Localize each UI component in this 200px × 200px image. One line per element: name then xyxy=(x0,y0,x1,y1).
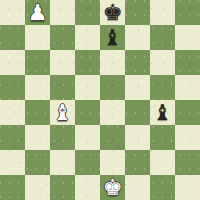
square-g4[interactable]: ♝ xyxy=(150,100,175,125)
square-h3[interactable] xyxy=(175,125,200,150)
square-f8[interactable] xyxy=(125,0,150,25)
square-e3[interactable] xyxy=(100,125,125,150)
square-g1[interactable] xyxy=(150,175,175,200)
square-e5[interactable] xyxy=(100,75,125,100)
square-e1[interactable]: ♚ xyxy=(100,175,125,200)
square-d6[interactable] xyxy=(75,50,100,75)
square-e8[interactable]: ♚ xyxy=(100,0,125,25)
square-g6[interactable] xyxy=(150,50,175,75)
square-b3[interactable] xyxy=(25,125,50,150)
square-h7[interactable] xyxy=(175,25,200,50)
square-b5[interactable] xyxy=(25,75,50,100)
square-h8[interactable] xyxy=(175,0,200,25)
square-a2[interactable] xyxy=(0,150,25,175)
piece-white-bishop[interactable]: ♝ xyxy=(53,100,73,125)
square-g8[interactable] xyxy=(150,0,175,25)
square-f7[interactable] xyxy=(125,25,150,50)
square-a4[interactable] xyxy=(0,100,25,125)
square-d8[interactable] xyxy=(75,0,100,25)
square-d7[interactable] xyxy=(75,25,100,50)
square-f5[interactable] xyxy=(125,75,150,100)
square-a8[interactable] xyxy=(0,0,25,25)
square-c1[interactable] xyxy=(50,175,75,200)
square-b6[interactable] xyxy=(25,50,50,75)
square-a1[interactable] xyxy=(0,175,25,200)
square-e7[interactable]: ♝ xyxy=(100,25,125,50)
square-f3[interactable] xyxy=(125,125,150,150)
square-g5[interactable] xyxy=(150,75,175,100)
square-d2[interactable] xyxy=(75,150,100,175)
square-d3[interactable] xyxy=(75,125,100,150)
square-c7[interactable] xyxy=(50,25,75,50)
square-c2[interactable] xyxy=(50,150,75,175)
piece-black-bishop[interactable]: ♝ xyxy=(153,100,173,125)
piece-white-pawn[interactable]: ♟ xyxy=(28,0,48,25)
square-a6[interactable] xyxy=(0,50,25,75)
square-h1[interactable] xyxy=(175,175,200,200)
square-h2[interactable] xyxy=(175,150,200,175)
square-c3[interactable] xyxy=(50,125,75,150)
square-c6[interactable] xyxy=(50,50,75,75)
chess-board: ♟♚♝♝♝♚ xyxy=(0,0,200,200)
square-f2[interactable] xyxy=(125,150,150,175)
piece-white-king[interactable]: ♚ xyxy=(103,175,123,200)
square-a3[interactable] xyxy=(0,125,25,150)
square-h5[interactable] xyxy=(175,75,200,100)
square-b8[interactable]: ♟ xyxy=(25,0,50,25)
square-b1[interactable] xyxy=(25,175,50,200)
square-d4[interactable] xyxy=(75,100,100,125)
square-b4[interactable] xyxy=(25,100,50,125)
square-e6[interactable] xyxy=(100,50,125,75)
square-g7[interactable] xyxy=(150,25,175,50)
square-f6[interactable] xyxy=(125,50,150,75)
square-e2[interactable] xyxy=(100,150,125,175)
square-h6[interactable] xyxy=(175,50,200,75)
piece-black-bishop[interactable]: ♝ xyxy=(103,25,123,50)
square-c8[interactable] xyxy=(50,0,75,25)
square-d1[interactable] xyxy=(75,175,100,200)
square-c4[interactable]: ♝ xyxy=(50,100,75,125)
square-b7[interactable] xyxy=(25,25,50,50)
square-d5[interactable] xyxy=(75,75,100,100)
square-g3[interactable] xyxy=(150,125,175,150)
square-h4[interactable] xyxy=(175,100,200,125)
square-e4[interactable] xyxy=(100,100,125,125)
square-c5[interactable] xyxy=(50,75,75,100)
square-f4[interactable] xyxy=(125,100,150,125)
square-a5[interactable] xyxy=(0,75,25,100)
square-g2[interactable] xyxy=(150,150,175,175)
square-a7[interactable] xyxy=(0,25,25,50)
piece-black-king[interactable]: ♚ xyxy=(103,0,123,25)
square-f1[interactable] xyxy=(125,175,150,200)
square-b2[interactable] xyxy=(25,150,50,175)
